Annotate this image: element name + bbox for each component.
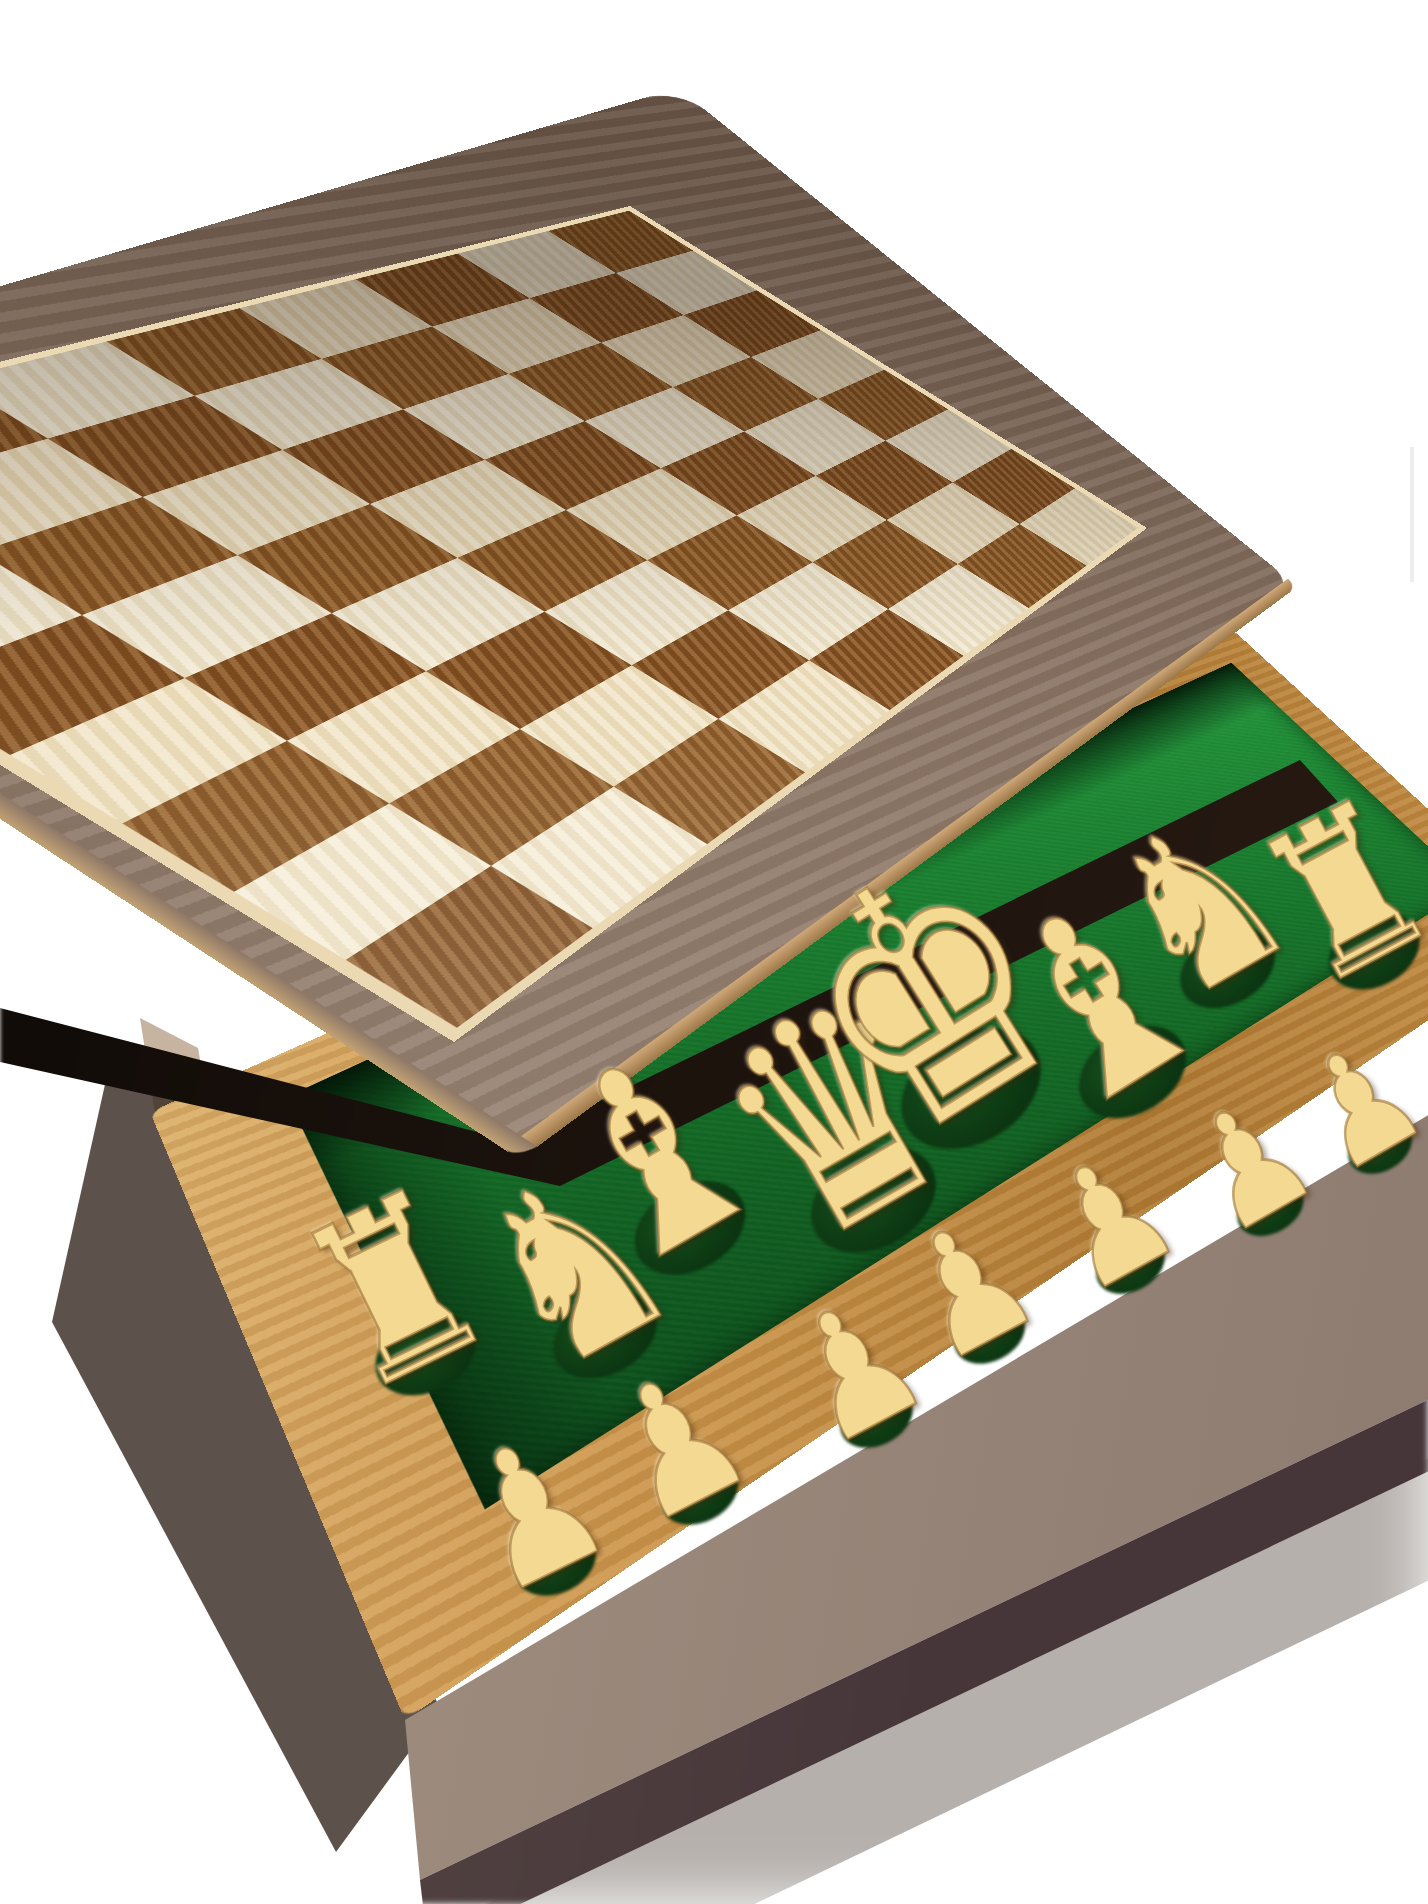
photo-edge-artifact — [1410, 447, 1414, 582]
chess-box-product-photo: ♜♞♝♛♚♝♞♜♟♟♟♟♟♟♟ — [0, 0, 1428, 1904]
